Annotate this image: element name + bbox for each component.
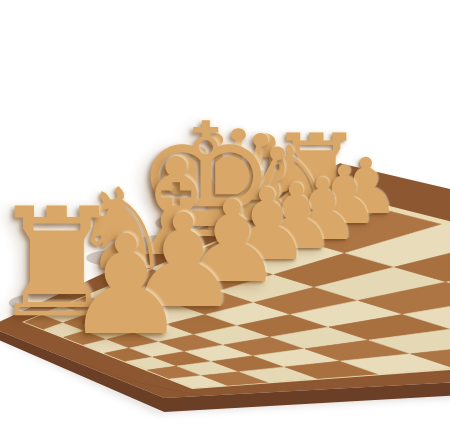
chess-board [0,0,450,446]
piece-shadow-f2 [196,264,249,280]
piece-shadow-g1 [86,250,139,266]
chess-product-photo: ♜♞♝♚♛♝♞♜♟♟♟♟♟♟♟♟ [0,0,450,446]
piece-shadow-a2 [341,200,377,212]
piece-shadow-b2 [318,210,356,222]
piece-shadow-c2 [295,225,335,238]
piece-shadow-h1 [9,293,80,313]
piece-shadow-g2 [141,287,202,305]
piece-shadow-a1 [282,194,332,209]
piece-shadow-f1 [133,235,196,253]
piece-shadow-h2 [82,313,147,331]
